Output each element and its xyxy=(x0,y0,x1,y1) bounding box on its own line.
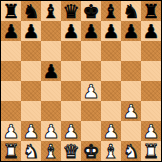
white-knight-piece[interactable]: ♞ xyxy=(122,141,139,161)
square-d4[interactable] xyxy=(61,81,81,101)
square-d1[interactable]: ♛ xyxy=(61,141,81,161)
square-h4[interactable] xyxy=(141,81,161,101)
white-pawn-piece[interactable]: ♟ xyxy=(102,121,119,141)
square-d8[interactable]: ♛ xyxy=(61,1,81,21)
square-e8[interactable]: ♚ xyxy=(81,1,101,21)
square-a2[interactable]: ♟ xyxy=(1,121,21,141)
square-f3[interactable] xyxy=(101,101,121,121)
square-b3[interactable] xyxy=(21,101,41,121)
white-rook-piece[interactable]: ♜ xyxy=(142,141,159,161)
square-a8[interactable]: ♜ xyxy=(1,1,21,21)
white-pawn-piece[interactable]: ♟ xyxy=(82,81,99,101)
white-knight-piece[interactable]: ♞ xyxy=(22,141,39,161)
square-f5[interactable] xyxy=(101,61,121,81)
square-a3[interactable] xyxy=(1,101,21,121)
square-e5[interactable] xyxy=(81,61,101,81)
square-d5[interactable] xyxy=(61,61,81,81)
white-pawn-piece[interactable]: ♟ xyxy=(2,121,19,141)
white-pawn-piece[interactable]: ♟ xyxy=(22,121,39,141)
square-g6[interactable] xyxy=(121,41,141,61)
black-queen-piece[interactable]: ♛ xyxy=(62,1,79,21)
black-pawn-piece[interactable]: ♟ xyxy=(62,21,79,41)
black-pawn-piece[interactable]: ♟ xyxy=(82,21,99,41)
square-a4[interactable] xyxy=(1,81,21,101)
square-e3[interactable] xyxy=(81,101,101,121)
square-g2[interactable] xyxy=(121,121,141,141)
black-pawn-piece[interactable]: ♟ xyxy=(22,21,39,41)
square-c8[interactable]: ♝ xyxy=(41,1,61,21)
black-bishop-piece[interactable]: ♝ xyxy=(42,1,59,21)
square-b8[interactable]: ♞ xyxy=(21,1,41,21)
square-b7[interactable]: ♟ xyxy=(21,21,41,41)
white-bishop-piece[interactable]: ♝ xyxy=(42,141,59,161)
square-f2[interactable]: ♟ xyxy=(101,121,121,141)
white-rook-piece[interactable]: ♜ xyxy=(2,141,19,161)
white-queen-piece[interactable]: ♛ xyxy=(62,141,79,161)
black-king-piece[interactable]: ♚ xyxy=(82,1,99,21)
square-e4[interactable]: ♟ xyxy=(81,81,101,101)
square-c5[interactable]: ♟ xyxy=(41,61,61,81)
square-g4[interactable] xyxy=(121,81,141,101)
square-f4[interactable] xyxy=(101,81,121,101)
square-b1[interactable]: ♞ xyxy=(21,141,41,161)
square-f1[interactable]: ♝ xyxy=(101,141,121,161)
black-knight-piece[interactable]: ♞ xyxy=(22,1,39,21)
square-g8[interactable]: ♞ xyxy=(121,1,141,21)
black-knight-piece[interactable]: ♞ xyxy=(122,1,139,21)
square-c7[interactable] xyxy=(41,21,61,41)
square-g7[interactable]: ♟ xyxy=(121,21,141,41)
square-g5[interactable] xyxy=(121,61,141,81)
square-d2[interactable]: ♟ xyxy=(61,121,81,141)
square-h2[interactable]: ♟ xyxy=(141,121,161,141)
square-d7[interactable]: ♟ xyxy=(61,21,81,41)
square-b6[interactable] xyxy=(21,41,41,61)
white-pawn-piece[interactable]: ♟ xyxy=(142,121,159,141)
square-a6[interactable] xyxy=(1,41,21,61)
black-pawn-piece[interactable]: ♟ xyxy=(142,21,159,41)
white-pawn-piece[interactable]: ♟ xyxy=(122,101,139,121)
chess-board: ♜♞♝♛♚♝♞♜♟♟♟♟♟♟♟♟♟♟♟♟♟♟♟♟♜♞♝♛♚♝♞♜ xyxy=(0,0,162,162)
black-pawn-piece[interactable]: ♟ xyxy=(2,21,19,41)
square-e6[interactable] xyxy=(81,41,101,61)
square-c3[interactable] xyxy=(41,101,61,121)
square-a1[interactable]: ♜ xyxy=(1,141,21,161)
white-pawn-piece[interactable]: ♟ xyxy=(42,121,59,141)
square-d3[interactable] xyxy=(61,101,81,121)
black-pawn-piece[interactable]: ♟ xyxy=(42,61,59,81)
square-h5[interactable] xyxy=(141,61,161,81)
black-rook-piece[interactable]: ♜ xyxy=(2,1,19,21)
white-pawn-piece[interactable]: ♟ xyxy=(62,121,79,141)
square-f8[interactable]: ♝ xyxy=(101,1,121,21)
square-a7[interactable]: ♟ xyxy=(1,21,21,41)
square-e7[interactable]: ♟ xyxy=(81,21,101,41)
black-bishop-piece[interactable]: ♝ xyxy=(102,1,119,21)
black-pawn-piece[interactable]: ♟ xyxy=(122,21,139,41)
square-h6[interactable] xyxy=(141,41,161,61)
square-c2[interactable]: ♟ xyxy=(41,121,61,141)
square-h1[interactable]: ♜ xyxy=(141,141,161,161)
white-king-piece[interactable]: ♚ xyxy=(82,141,99,161)
square-f6[interactable] xyxy=(101,41,121,61)
square-b5[interactable] xyxy=(21,61,41,81)
square-b4[interactable] xyxy=(21,81,41,101)
square-h7[interactable]: ♟ xyxy=(141,21,161,41)
square-h8[interactable]: ♜ xyxy=(141,1,161,21)
square-g3[interactable]: ♟ xyxy=(121,101,141,121)
square-g1[interactable]: ♞ xyxy=(121,141,141,161)
square-e1[interactable]: ♚ xyxy=(81,141,101,161)
square-c1[interactable]: ♝ xyxy=(41,141,61,161)
square-b2[interactable]: ♟ xyxy=(21,121,41,141)
square-e2[interactable] xyxy=(81,121,101,141)
square-a5[interactable] xyxy=(1,61,21,81)
black-pawn-piece[interactable]: ♟ xyxy=(102,21,119,41)
square-c6[interactable] xyxy=(41,41,61,61)
black-rook-piece[interactable]: ♜ xyxy=(142,1,159,21)
white-bishop-piece[interactable]: ♝ xyxy=(102,141,119,161)
square-h3[interactable] xyxy=(141,101,161,121)
square-c4[interactable] xyxy=(41,81,61,101)
square-d6[interactable] xyxy=(61,41,81,61)
square-f7[interactable]: ♟ xyxy=(101,21,121,41)
